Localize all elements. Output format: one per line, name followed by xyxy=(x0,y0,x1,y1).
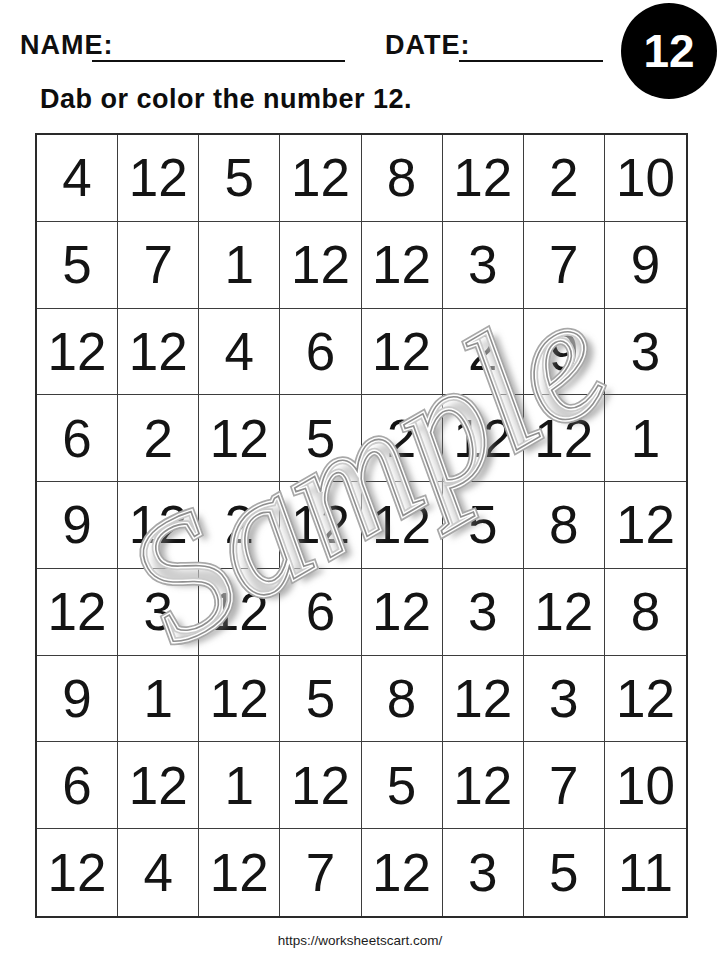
cell-number: 3 xyxy=(143,585,172,638)
number-grid: 4125128122105711212379121246122936212521… xyxy=(35,133,688,918)
cell-number: 12 xyxy=(453,151,512,204)
name-input-line[interactable] xyxy=(92,60,345,62)
cell-number: 12 xyxy=(616,498,675,551)
grid-cell-r2c2[interactable]: 7 xyxy=(118,222,199,309)
grid-cell-r8c3[interactable]: 1 xyxy=(199,742,280,829)
date-input-line[interactable] xyxy=(459,60,603,62)
cell-number: 4 xyxy=(225,325,254,378)
cell-number: 5 xyxy=(306,672,335,725)
grid-cell-r6c3[interactable]: 12 xyxy=(199,569,280,656)
cell-number: 12 xyxy=(372,238,431,291)
grid-cell-r6c7[interactable]: 12 xyxy=(524,569,605,656)
cell-number: 12 xyxy=(372,325,431,378)
grid-cell-r8c8[interactable]: 10 xyxy=(605,742,686,829)
grid-cell-r3c7[interactable]: 9 xyxy=(524,309,605,396)
cell-number: 12 xyxy=(210,585,269,638)
grid-cell-r2c6[interactable]: 3 xyxy=(443,222,524,309)
grid-cell-r9c6[interactable]: 3 xyxy=(443,829,524,916)
grid-cell-r4c6[interactable]: 12 xyxy=(443,395,524,482)
grid-cell-r8c6[interactable]: 12 xyxy=(443,742,524,829)
grid-cell-r2c5[interactable]: 12 xyxy=(362,222,443,309)
target-number-badge: 12 xyxy=(621,3,717,99)
cell-number: 10 xyxy=(616,759,675,812)
cell-number: 2 xyxy=(387,412,416,465)
cell-number: 12 xyxy=(372,498,431,551)
grid-cell-r4c4[interactable]: 5 xyxy=(280,395,361,482)
cell-number: 12 xyxy=(372,585,431,638)
cell-number: 12 xyxy=(129,325,188,378)
grid-cell-r6c8[interactable]: 8 xyxy=(605,569,686,656)
cell-number: 12 xyxy=(291,238,350,291)
cell-number: 2 xyxy=(143,412,172,465)
cell-number: 3 xyxy=(631,325,660,378)
cell-number: 7 xyxy=(549,238,578,291)
cell-number: 2 xyxy=(225,498,254,551)
grid-cell-r9c4[interactable]: 7 xyxy=(280,829,361,916)
grid-cell-r2c7[interactable]: 7 xyxy=(524,222,605,309)
grid-cell-r7c1[interactable]: 9 xyxy=(37,656,118,743)
cell-number: 12 xyxy=(291,498,350,551)
grid-cell-r3c2[interactable]: 12 xyxy=(118,309,199,396)
cell-number: 6 xyxy=(306,325,335,378)
cell-number: 1 xyxy=(143,672,172,725)
grid-cell-r3c3[interactable]: 4 xyxy=(199,309,280,396)
cell-number: 12 xyxy=(48,585,107,638)
footer-url: https://worksheetscart.com/ xyxy=(0,933,720,948)
cell-number: 12 xyxy=(372,846,431,899)
cell-number: 5 xyxy=(468,498,497,551)
grid-cell-r5c5[interactable]: 12 xyxy=(362,482,443,569)
cell-number: 1 xyxy=(225,759,254,812)
cell-number: 5 xyxy=(306,412,335,465)
grid-cell-r1c2[interactable]: 12 xyxy=(118,135,199,222)
name-label: NAME: xyxy=(20,30,114,61)
grid-cell-r2c3[interactable]: 1 xyxy=(199,222,280,309)
grid-cell-r5c2[interactable]: 12 xyxy=(118,482,199,569)
cell-number: 12 xyxy=(534,412,593,465)
grid-cell-r7c8[interactable]: 12 xyxy=(605,656,686,743)
cell-number: 3 xyxy=(549,672,578,725)
grid-cell-r1c3[interactable]: 5 xyxy=(199,135,280,222)
cell-number: 1 xyxy=(631,412,660,465)
grid-cell-r1c8[interactable]: 10 xyxy=(605,135,686,222)
cell-number: 3 xyxy=(468,846,497,899)
grid-cell-r9c3[interactable]: 12 xyxy=(199,829,280,916)
cell-number: 2 xyxy=(468,325,497,378)
cell-number: 5 xyxy=(387,759,416,812)
cell-number: 8 xyxy=(549,498,578,551)
cell-number: 8 xyxy=(631,585,660,638)
grid-cell-r1c5[interactable]: 8 xyxy=(362,135,443,222)
cell-number: 7 xyxy=(549,759,578,812)
grid-cell-r5c6[interactable]: 5 xyxy=(443,482,524,569)
cell-number: 12 xyxy=(210,672,269,725)
grid-cell-r9c5[interactable]: 12 xyxy=(362,829,443,916)
grid-cell-r6c2[interactable]: 3 xyxy=(118,569,199,656)
grid-cell-r6c6[interactable]: 3 xyxy=(443,569,524,656)
cell-number: 9 xyxy=(62,672,91,725)
cell-number: 1 xyxy=(225,238,254,291)
cell-number: 12 xyxy=(129,151,188,204)
cell-number: 12 xyxy=(534,585,593,638)
grid-cell-r7c2[interactable]: 1 xyxy=(118,656,199,743)
cell-number: 12 xyxy=(48,846,107,899)
grid-cell-r5c3[interactable]: 2 xyxy=(199,482,280,569)
grid-cell-r5c8[interactable]: 12 xyxy=(605,482,686,569)
grid-cell-r9c1[interactable]: 12 xyxy=(37,829,118,916)
grid-cell-r3c5[interactable]: 12 xyxy=(362,309,443,396)
grid-cell-r4c2[interactable]: 2 xyxy=(118,395,199,482)
grid-cell-r3c1[interactable]: 12 xyxy=(37,309,118,396)
cell-number: 6 xyxy=(306,585,335,638)
grid-cell-r9c2[interactable]: 4 xyxy=(118,829,199,916)
cell-number: 10 xyxy=(616,151,675,204)
cell-number: 9 xyxy=(631,238,660,291)
grid-cell-r1c4[interactable]: 12 xyxy=(280,135,361,222)
cell-number: 12 xyxy=(210,846,269,899)
cell-number: 9 xyxy=(549,325,578,378)
cell-number: 2 xyxy=(549,151,578,204)
grid-cell-r7c7[interactable]: 3 xyxy=(524,656,605,743)
grid-cell-r7c5[interactable]: 8 xyxy=(362,656,443,743)
worksheet-instruction: Dab or color the number 12. xyxy=(40,84,412,115)
cell-number: 3 xyxy=(468,585,497,638)
cell-number: 9 xyxy=(62,498,91,551)
cell-number: 5 xyxy=(549,846,578,899)
cell-number: 7 xyxy=(306,846,335,899)
grid-cell-r9c8[interactable]: 11 xyxy=(605,829,686,916)
cell-number: 6 xyxy=(62,759,91,812)
cell-number: 6 xyxy=(62,412,91,465)
grid-cell-r8c4[interactable]: 12 xyxy=(280,742,361,829)
cell-number: 5 xyxy=(62,238,91,291)
grid-cell-r1c7[interactable]: 2 xyxy=(524,135,605,222)
grid-cell-r9c7[interactable]: 5 xyxy=(524,829,605,916)
grid-cell-r8c1[interactable]: 6 xyxy=(37,742,118,829)
grid-cell-r7c4[interactable]: 5 xyxy=(280,656,361,743)
cell-number: 12 xyxy=(48,325,107,378)
cell-number: 12 xyxy=(129,498,188,551)
cell-number: 5 xyxy=(225,151,254,204)
cell-number: 4 xyxy=(62,151,91,204)
grid-cell-r4c1[interactable]: 6 xyxy=(37,395,118,482)
target-number-badge-text: 12 xyxy=(643,24,694,78)
cell-number: 3 xyxy=(468,238,497,291)
grid-cell-r4c7[interactable]: 12 xyxy=(524,395,605,482)
grid-cell-r8c5[interactable]: 5 xyxy=(362,742,443,829)
grid-cell-r8c7[interactable]: 7 xyxy=(524,742,605,829)
grid-cell-r4c3[interactable]: 12 xyxy=(199,395,280,482)
grid-cell-r5c7[interactable]: 8 xyxy=(524,482,605,569)
cell-number: 12 xyxy=(453,672,512,725)
grid-cell-r6c5[interactable]: 12 xyxy=(362,569,443,656)
grid-cell-r8c2[interactable]: 12 xyxy=(118,742,199,829)
grid-cell-r6c4[interactable]: 6 xyxy=(280,569,361,656)
grid-cell-r7c3[interactable]: 12 xyxy=(199,656,280,743)
grid-cell-r2c8[interactable]: 9 xyxy=(605,222,686,309)
grid-cell-r1c1[interactable]: 4 xyxy=(37,135,118,222)
cell-number: 8 xyxy=(387,151,416,204)
cell-number: 7 xyxy=(143,238,172,291)
grid-cell-r3c8[interactable]: 3 xyxy=(605,309,686,396)
cell-number: 12 xyxy=(453,412,512,465)
grid-cell-r2c1[interactable]: 5 xyxy=(37,222,118,309)
cell-number: 8 xyxy=(387,672,416,725)
cell-number: 12 xyxy=(616,672,675,725)
grid-cell-r6c1[interactable]: 12 xyxy=(37,569,118,656)
cell-number: 12 xyxy=(210,412,269,465)
grid-cell-r7c6[interactable]: 12 xyxy=(443,656,524,743)
grid-cell-r1c6[interactable]: 12 xyxy=(443,135,524,222)
grid-cell-r5c1[interactable]: 9 xyxy=(37,482,118,569)
grid-cell-r3c4[interactable]: 6 xyxy=(280,309,361,396)
cell-number: 11 xyxy=(618,846,673,899)
grid-cell-r3c6[interactable]: 2 xyxy=(443,309,524,396)
cell-number: 12 xyxy=(453,759,512,812)
grid-cell-r4c8[interactable]: 1 xyxy=(605,395,686,482)
cell-number: 4 xyxy=(143,846,172,899)
grid-cell-r4c5[interactable]: 2 xyxy=(362,395,443,482)
grid-cell-r2c4[interactable]: 12 xyxy=(280,222,361,309)
cell-number: 12 xyxy=(129,759,188,812)
cell-number: 12 xyxy=(291,151,350,204)
date-label: DATE: xyxy=(385,30,471,61)
grid-cell-r5c4[interactable]: 12 xyxy=(280,482,361,569)
cell-number: 12 xyxy=(291,759,350,812)
